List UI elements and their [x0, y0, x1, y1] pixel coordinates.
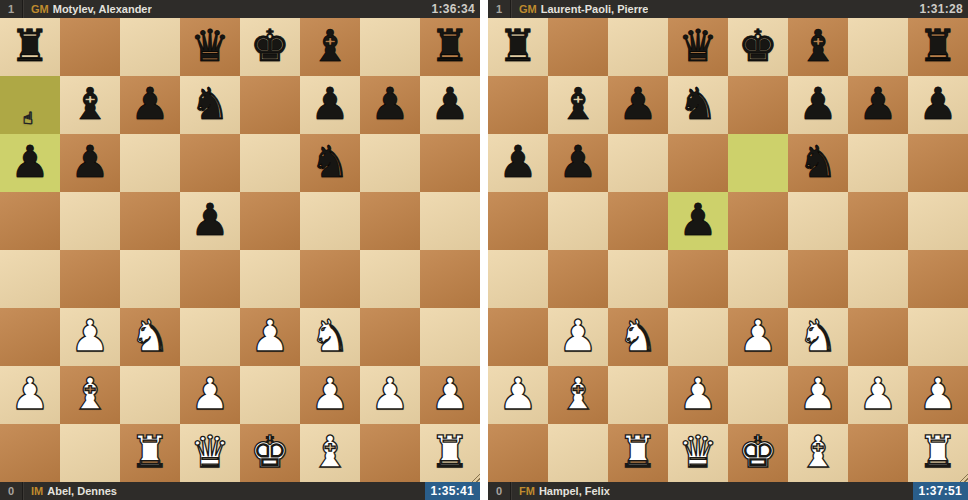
- piece-black-pawn[interactable]: ♟: [190, 198, 229, 242]
- square-b2[interactable]: ♝: [60, 366, 120, 424]
- square-h3[interactable]: [420, 308, 480, 366]
- chess-board[interactable]: ♜♛♚♝♜♝♟♞♟♟♟♟♟♞♟♟♞♟♞♟♝♟♟♟♟♜♛♚♝♜: [488, 18, 968, 482]
- square-c2[interactable]: [120, 366, 180, 424]
- piece-white-knight[interactable]: ♞: [310, 314, 349, 358]
- square-d6[interactable]: [180, 134, 240, 192]
- square-c5[interactable]: [608, 192, 668, 250]
- bottom-player-title: IM: [31, 485, 43, 497]
- square-c1[interactable]: ♜: [608, 424, 668, 482]
- square-d1[interactable]: ♛: [668, 424, 728, 482]
- square-e4[interactable]: [240, 250, 300, 308]
- square-h3[interactable]: [908, 308, 968, 366]
- square-h5[interactable]: [908, 192, 968, 250]
- square-h2[interactable]: ♟: [420, 366, 480, 424]
- square-f3[interactable]: ♞: [300, 308, 360, 366]
- square-f1[interactable]: ♝: [788, 424, 848, 482]
- square-g6[interactable]: [360, 134, 420, 192]
- square-a3[interactable]: [488, 308, 548, 366]
- square-b2[interactable]: ♝: [548, 366, 608, 424]
- square-c7[interactable]: ♟: [120, 76, 180, 134]
- square-d8[interactable]: ♛: [180, 18, 240, 76]
- square-a5[interactable]: [488, 192, 548, 250]
- square-e5[interactable]: [728, 192, 788, 250]
- piece-white-pawn[interactable]: ♟: [738, 314, 777, 358]
- top-player-bar: 1 GM Motylev, Alexander 1:36:34: [0, 0, 480, 18]
- chess-board[interactable]: ♜♛♚♝♜♝♟♞♟♟♟♟♟♞♟♟♞♟♞♟♝♟♟♟♟♜♛♚♝♜☝: [0, 18, 480, 482]
- square-d1[interactable]: ♛: [180, 424, 240, 482]
- square-e4[interactable]: [728, 250, 788, 308]
- square-a2[interactable]: ♟: [0, 366, 60, 424]
- piece-white-knight[interactable]: ♞: [618, 314, 657, 358]
- bottom-player-title: FM: [519, 485, 535, 497]
- bottom-player-name: Abel, Dennes: [47, 485, 117, 497]
- piece-white-bishop[interactable]: ♝: [70, 372, 109, 416]
- bottom-player-clock: 1:37:51: [913, 482, 968, 500]
- square-g6[interactable]: [848, 134, 908, 192]
- square-c3[interactable]: ♞: [608, 308, 668, 366]
- square-g1[interactable]: [360, 424, 420, 482]
- square-d4[interactable]: [180, 250, 240, 308]
- square-d5[interactable]: ♟: [668, 192, 728, 250]
- square-d7[interactable]: ♞: [180, 76, 240, 134]
- top-player-score: 1: [488, 0, 511, 18]
- top-player-title: GM: [519, 3, 537, 15]
- square-h8[interactable]: ♜: [420, 18, 480, 76]
- square-c2[interactable]: [608, 366, 668, 424]
- square-c4[interactable]: [608, 250, 668, 308]
- piece-black-knight[interactable]: ♞: [678, 82, 717, 126]
- square-f8[interactable]: ♝: [788, 18, 848, 76]
- square-e6[interactable]: [728, 134, 788, 192]
- square-f6[interactable]: ♞: [788, 134, 848, 192]
- square-b4[interactable]: [548, 250, 608, 308]
- square-e2[interactable]: [728, 366, 788, 424]
- square-h1[interactable]: ♜: [420, 424, 480, 482]
- square-d5[interactable]: ♟: [180, 192, 240, 250]
- piece-white-pawn[interactable]: ♟: [798, 372, 837, 416]
- square-g3[interactable]: [360, 308, 420, 366]
- square-b3[interactable]: ♟: [60, 308, 120, 366]
- piece-black-pawn[interactable]: ♟: [618, 82, 657, 126]
- piece-black-knight[interactable]: ♞: [798, 140, 837, 184]
- piece-black-pawn[interactable]: ♟: [130, 82, 169, 126]
- piece-black-pawn[interactable]: ♟: [430, 82, 469, 126]
- piece-white-knight[interactable]: ♞: [798, 314, 837, 358]
- piece-black-pawn[interactable]: ♟: [310, 82, 349, 126]
- square-e6[interactable]: [240, 134, 300, 192]
- top-player-clock: 1:36:34: [427, 0, 480, 18]
- bottom-player-name: Hampel, Felix: [539, 485, 610, 497]
- piece-black-pawn[interactable]: ♟: [558, 140, 597, 184]
- top-player-name: Laurent-Paoli, Pierre: [541, 3, 649, 15]
- square-h8[interactable]: ♜: [908, 18, 968, 76]
- square-f6[interactable]: ♞: [300, 134, 360, 192]
- square-b8[interactable]: [60, 18, 120, 76]
- square-d4[interactable]: [668, 250, 728, 308]
- square-b4[interactable]: [60, 250, 120, 308]
- square-a8[interactable]: ♜: [488, 18, 548, 76]
- square-h1[interactable]: ♜: [908, 424, 968, 482]
- piece-white-pawn[interactable]: ♟: [250, 314, 289, 358]
- square-a4[interactable]: [0, 250, 60, 308]
- piece-white-bishop[interactable]: ♝: [798, 430, 837, 474]
- square-c4[interactable]: [120, 250, 180, 308]
- square-e3[interactable]: ♟: [728, 308, 788, 366]
- square-f4[interactable]: [788, 250, 848, 308]
- piece-white-pawn[interactable]: ♟: [678, 372, 717, 416]
- piece-white-pawn[interactable]: ♟: [498, 372, 537, 416]
- square-d2[interactable]: ♟: [668, 366, 728, 424]
- piece-white-pawn[interactable]: ♟: [918, 372, 957, 416]
- top-player-clock: 1:31:28: [915, 0, 968, 18]
- piece-white-king[interactable]: ♚: [250, 430, 289, 474]
- square-h2[interactable]: ♟: [908, 366, 968, 424]
- square-e3[interactable]: ♟: [240, 308, 300, 366]
- bottom-player-bar: 0 FM Hampel, Felix 1:37:51: [488, 482, 968, 500]
- square-f4[interactable]: [300, 250, 360, 308]
- square-b6[interactable]: ♟: [60, 134, 120, 192]
- square-a4[interactable]: [488, 250, 548, 308]
- square-d3[interactable]: [180, 308, 240, 366]
- square-a2[interactable]: ♟: [488, 366, 548, 424]
- square-f2[interactable]: ♟: [300, 366, 360, 424]
- piece-white-king[interactable]: ♚: [738, 430, 777, 474]
- square-a1[interactable]: [0, 424, 60, 482]
- piece-white-queen[interactable]: ♛: [678, 430, 717, 474]
- piece-black-pawn[interactable]: ♟: [70, 140, 109, 184]
- top-player-name: Motylev, Alexander: [53, 3, 152, 15]
- square-c1[interactable]: ♜: [120, 424, 180, 482]
- square-h4[interactable]: [420, 250, 480, 308]
- piece-white-pawn[interactable]: ♟: [190, 372, 229, 416]
- square-a3[interactable]: [0, 308, 60, 366]
- square-a7[interactable]: [0, 76, 60, 134]
- piece-black-rook[interactable]: ♜: [498, 24, 537, 68]
- square-d8[interactable]: ♛: [668, 18, 728, 76]
- square-g2[interactable]: ♟: [848, 366, 908, 424]
- piece-black-pawn[interactable]: ♟: [370, 82, 409, 126]
- piece-white-rook[interactable]: ♜: [918, 430, 957, 474]
- square-e7[interactable]: [240, 76, 300, 134]
- square-e1[interactable]: ♚: [240, 424, 300, 482]
- square-f3[interactable]: ♞: [788, 308, 848, 366]
- square-c3[interactable]: ♞: [120, 308, 180, 366]
- bottom-player-score: 0: [488, 482, 511, 500]
- square-g4[interactable]: [360, 250, 420, 308]
- top-player-bar: 1 GM Laurent-Paoli, Pierre 1:31:28: [488, 0, 968, 18]
- piece-black-rook[interactable]: ♜: [430, 24, 469, 68]
- square-a6[interactable]: ♟: [0, 134, 60, 192]
- bottom-player-clock: 1:35:41: [425, 482, 480, 500]
- piece-white-pawn[interactable]: ♟: [558, 314, 597, 358]
- square-c6[interactable]: [608, 134, 668, 192]
- piece-white-rook[interactable]: ♜: [130, 430, 169, 474]
- piece-white-bishop[interactable]: ♝: [558, 372, 597, 416]
- game-panel-left: 1 GM Motylev, Alexander 1:36:34 ♜♛♚♝♜♝♟♞…: [0, 0, 480, 500]
- square-a7[interactable]: [488, 76, 548, 134]
- bottom-player-score: 0: [0, 482, 23, 500]
- piece-black-queen[interactable]: ♛: [190, 24, 229, 68]
- piece-white-pawn[interactable]: ♟: [858, 372, 897, 416]
- top-player-title: GM: [31, 3, 49, 15]
- square-c8[interactable]: [608, 18, 668, 76]
- square-g4[interactable]: [848, 250, 908, 308]
- square-d6[interactable]: [668, 134, 728, 192]
- square-f1[interactable]: ♝: [300, 424, 360, 482]
- square-d3[interactable]: [668, 308, 728, 366]
- piece-black-pawn[interactable]: ♟: [10, 140, 49, 184]
- square-f5[interactable]: [788, 192, 848, 250]
- square-h4[interactable]: [908, 250, 968, 308]
- square-g7[interactable]: ♟: [360, 76, 420, 134]
- square-f2[interactable]: ♟: [788, 366, 848, 424]
- square-g8[interactable]: [360, 18, 420, 76]
- square-f8[interactable]: ♝: [300, 18, 360, 76]
- piece-white-pawn[interactable]: ♟: [310, 372, 349, 416]
- square-b6[interactable]: ♟: [548, 134, 608, 192]
- square-h7[interactable]: ♟: [420, 76, 480, 134]
- piece-white-rook[interactable]: ♜: [618, 430, 657, 474]
- piece-black-king[interactable]: ♚: [738, 24, 777, 68]
- square-b1[interactable]: [548, 424, 608, 482]
- square-g5[interactable]: [360, 192, 420, 250]
- piece-black-king[interactable]: ♚: [250, 24, 289, 68]
- piece-white-pawn[interactable]: ♟: [430, 372, 469, 416]
- square-b1[interactable]: [60, 424, 120, 482]
- piece-white-bishop[interactable]: ♝: [310, 430, 349, 474]
- top-player-score: 1: [0, 0, 23, 18]
- square-d7[interactable]: ♞: [668, 76, 728, 134]
- piece-black-rook[interactable]: ♜: [10, 24, 49, 68]
- piece-black-pawn[interactable]: ♟: [798, 82, 837, 126]
- piece-black-rook[interactable]: ♜: [918, 24, 957, 68]
- square-a1[interactable]: [488, 424, 548, 482]
- square-e5[interactable]: [240, 192, 300, 250]
- piece-black-pawn[interactable]: ♟: [498, 140, 537, 184]
- piece-black-knight[interactable]: ♞: [190, 82, 229, 126]
- square-h7[interactable]: ♟: [908, 76, 968, 134]
- square-b3[interactable]: ♟: [548, 308, 608, 366]
- piece-black-knight[interactable]: ♞: [310, 140, 349, 184]
- piece-black-bishop[interactable]: ♝: [558, 82, 597, 126]
- square-e1[interactable]: ♚: [728, 424, 788, 482]
- square-e2[interactable]: [240, 366, 300, 424]
- square-b5[interactable]: [60, 192, 120, 250]
- piece-black-bishop[interactable]: ♝: [798, 24, 837, 68]
- square-a5[interactable]: [0, 192, 60, 250]
- square-g8[interactable]: [848, 18, 908, 76]
- square-h6[interactable]: [908, 134, 968, 192]
- piece-black-bishop[interactable]: ♝: [70, 82, 109, 126]
- square-a6[interactable]: ♟: [488, 134, 548, 192]
- square-h6[interactable]: [420, 134, 480, 192]
- square-g2[interactable]: ♟: [360, 366, 420, 424]
- square-c5[interactable]: [120, 192, 180, 250]
- square-g3[interactable]: [848, 308, 908, 366]
- dual-board-view: 1 GM Motylev, Alexander 1:36:34 ♜♛♚♝♜♝♟♞…: [0, 0, 968, 500]
- piece-black-pawn[interactable]: ♟: [858, 82, 897, 126]
- square-c6[interactable]: [120, 134, 180, 192]
- square-a8[interactable]: ♜: [0, 18, 60, 76]
- piece-black-bishop[interactable]: ♝: [310, 24, 349, 68]
- square-g1[interactable]: [848, 424, 908, 482]
- piece-black-pawn[interactable]: ♟: [918, 82, 957, 126]
- piece-white-pawn[interactable]: ♟: [70, 314, 109, 358]
- piece-white-pawn[interactable]: ♟: [10, 372, 49, 416]
- square-f5[interactable]: [300, 192, 360, 250]
- square-b7[interactable]: ♝: [548, 76, 608, 134]
- piece-black-pawn[interactable]: ♟: [678, 198, 717, 242]
- piece-white-knight[interactable]: ♞: [130, 314, 169, 358]
- bottom-player-bar: 0 IM Abel, Dennes 1:35:41: [0, 482, 480, 500]
- square-e7[interactable]: [728, 76, 788, 134]
- square-b7[interactable]: ♝: [60, 76, 120, 134]
- square-b8[interactable]: [548, 18, 608, 76]
- square-e8[interactable]: ♚: [240, 18, 300, 76]
- piece-white-pawn[interactable]: ♟: [370, 372, 409, 416]
- square-c8[interactable]: [120, 18, 180, 76]
- piece-white-rook[interactable]: ♜: [430, 430, 469, 474]
- piece-black-queen[interactable]: ♛: [678, 24, 717, 68]
- square-f7[interactable]: ♟: [788, 76, 848, 134]
- square-e8[interactable]: ♚: [728, 18, 788, 76]
- game-panel-right: 1 GM Laurent-Paoli, Pierre 1:31:28 ♜♛♚♝♜…: [488, 0, 968, 500]
- square-d2[interactable]: ♟: [180, 366, 240, 424]
- piece-white-queen[interactable]: ♛: [190, 430, 229, 474]
- square-f7[interactable]: ♟: [300, 76, 360, 134]
- square-c7[interactable]: ♟: [608, 76, 668, 134]
- square-g7[interactable]: ♟: [848, 76, 908, 134]
- square-h5[interactable]: [420, 192, 480, 250]
- square-g5[interactable]: [848, 192, 908, 250]
- square-b5[interactable]: [548, 192, 608, 250]
